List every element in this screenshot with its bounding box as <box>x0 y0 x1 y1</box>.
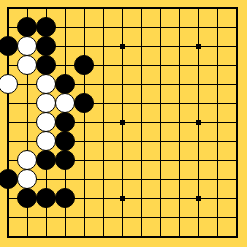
white-stone <box>17 169 37 189</box>
hoshi-point <box>196 44 201 49</box>
hoshi-point <box>120 44 125 49</box>
black-stone <box>55 112 75 132</box>
white-stone <box>36 93 56 113</box>
hoshi-point <box>196 196 201 201</box>
black-stone <box>55 150 75 170</box>
black-stone <box>55 188 75 208</box>
black-stone <box>36 17 56 37</box>
black-stone <box>74 55 94 75</box>
black-stone <box>17 17 37 37</box>
black-stone <box>36 55 56 75</box>
white-stone <box>17 55 37 75</box>
black-stone <box>17 188 37 208</box>
black-stone <box>74 93 94 113</box>
hoshi-point <box>120 196 125 201</box>
hoshi-point <box>120 120 125 125</box>
white-stone <box>36 74 56 94</box>
white-stone <box>36 112 56 132</box>
black-stone <box>36 188 56 208</box>
black-stone <box>55 131 75 151</box>
black-stone <box>55 74 75 94</box>
white-stone <box>17 36 37 56</box>
hoshi-point <box>196 120 201 125</box>
go-board-diagram <box>0 0 247 247</box>
black-stone <box>36 150 56 170</box>
white-stone <box>36 131 56 151</box>
black-stone <box>36 36 56 56</box>
go-board[interactable] <box>0 0 247 247</box>
white-stone <box>17 150 37 170</box>
white-stone <box>55 93 75 113</box>
